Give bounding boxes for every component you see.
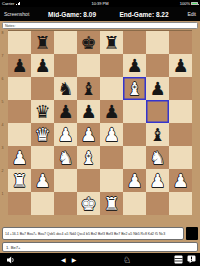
square-h5[interactable] bbox=[169, 100, 192, 123]
piece-black-bishop[interactable]: ♝ bbox=[149, 123, 165, 146]
piece-white-rook[interactable]: ♜ bbox=[103, 192, 119, 215]
piece-white-pawn[interactable]: ♟ bbox=[126, 169, 142, 192]
square-e6[interactable] bbox=[100, 77, 123, 100]
piece-black-bishop[interactable]: ♝ bbox=[80, 77, 96, 100]
square-e7[interactable] bbox=[100, 54, 123, 77]
piece-black-rook[interactable]: ♜ bbox=[34, 31, 50, 54]
square-a2[interactable]: ♜ bbox=[8, 169, 31, 192]
square-b2[interactable]: ♟ bbox=[31, 169, 54, 192]
rank-label-5: 5 bbox=[2, 100, 7, 105]
square-d4[interactable]: ♟ bbox=[77, 123, 100, 146]
square-d3[interactable]: ♝ bbox=[77, 146, 100, 169]
square-a1[interactable] bbox=[8, 192, 31, 215]
square-h8[interactable] bbox=[169, 31, 192, 54]
square-g6[interactable]: ♟ bbox=[146, 77, 169, 100]
square-d6[interactable]: ♝ bbox=[77, 77, 100, 100]
square-c8[interactable] bbox=[54, 31, 77, 54]
rank-label-2: 2 bbox=[2, 169, 7, 174]
battery-icon bbox=[191, 2, 198, 6]
square-c1[interactable] bbox=[54, 192, 77, 215]
board-grid-icon[interactable] bbox=[174, 253, 183, 266]
square-e3[interactable] bbox=[100, 146, 123, 169]
square-h6[interactable] bbox=[169, 77, 192, 100]
analysis-action-button[interactable] bbox=[186, 227, 198, 240]
square-f6[interactable]: ♝ bbox=[123, 77, 146, 100]
piece-black-king[interactable]: ♚ bbox=[80, 31, 96, 54]
rank-label-8: 8 bbox=[2, 31, 7, 36]
square-b5[interactable]: ♛ bbox=[31, 100, 54, 123]
rank-label-4: 4 bbox=[2, 123, 7, 128]
screenshot-button[interactable]: Screenshot bbox=[4, 11, 29, 17]
square-c4[interactable]: ♟ bbox=[54, 123, 77, 146]
piece-black-queen[interactable]: ♛ bbox=[34, 100, 50, 123]
rank-label-1: 1 bbox=[2, 192, 7, 197]
square-c3[interactable]: ♞ bbox=[54, 146, 77, 169]
square-b4[interactable]: ♛ bbox=[31, 123, 54, 146]
square-d1[interactable]: ♚ bbox=[77, 192, 100, 215]
square-d7[interactable] bbox=[77, 54, 100, 77]
piece-black-pawn[interactable]: ♟ bbox=[11, 54, 27, 77]
back-button[interactable]: ◀ bbox=[61, 256, 66, 263]
square-c2[interactable] bbox=[54, 169, 77, 192]
status-bar: Carrier 10:39 PM 100% bbox=[0, 0, 200, 7]
square-g5[interactable] bbox=[146, 100, 169, 123]
header-bar: Screenshot Mid-Game: 8.09 End-Game: 8.22… bbox=[0, 7, 200, 21]
forward-button[interactable]: ▶ bbox=[72, 256, 77, 263]
mid-game-score: Mid-Game: 8.09 bbox=[36, 11, 108, 18]
piece-white-pawn[interactable]: ♟ bbox=[172, 169, 188, 192]
piece-white-pawn[interactable]: ♟ bbox=[103, 123, 119, 146]
square-e5[interactable]: ♟ bbox=[100, 100, 123, 123]
square-d2[interactable] bbox=[77, 169, 100, 192]
square-a4[interactable] bbox=[8, 123, 31, 146]
square-a8[interactable] bbox=[8, 31, 31, 54]
speaker-icon[interactable] bbox=[7, 253, 16, 266]
analysis-line-box[interactable]: 14 +16.1 Ba7 Bxa7+ Bxa7 Qxb5 dxc4 a5 Nd4… bbox=[2, 227, 184, 240]
piece-white-pawn[interactable]: ♟ bbox=[149, 169, 165, 192]
square-g1[interactable] bbox=[146, 192, 169, 215]
square-h4[interactable] bbox=[169, 123, 192, 146]
piece-white-bishop[interactable]: ♝ bbox=[80, 146, 96, 169]
piece-black-pawn[interactable]: ♟ bbox=[149, 77, 165, 100]
best-move-box[interactable]: 1. Be7+ bbox=[2, 242, 198, 253]
square-f8[interactable] bbox=[123, 31, 146, 54]
engine-knight-icon[interactable]: ♘ bbox=[123, 253, 131, 266]
piece-black-pawn[interactable]: ♟ bbox=[80, 100, 96, 123]
square-c6[interactable]: ♞ bbox=[54, 77, 77, 100]
piece-black-pawn[interactable]: ♟ bbox=[34, 54, 50, 77]
piece-white-queen[interactable]: ♛ bbox=[34, 123, 50, 146]
piece-black-pawn[interactable]: ♟ bbox=[172, 54, 188, 77]
square-f4[interactable] bbox=[123, 123, 146, 146]
rank-label-6: 6 bbox=[2, 77, 7, 82]
piece-white-pawn[interactable]: ♟ bbox=[11, 146, 27, 169]
piece-black-knight[interactable]: ♞ bbox=[57, 77, 73, 100]
square-b7[interactable]: ♟ bbox=[31, 54, 54, 77]
square-e1[interactable]: ♜ bbox=[100, 192, 123, 215]
square-f7[interactable]: ♟ bbox=[123, 54, 146, 77]
rank-label-7: 7 bbox=[2, 54, 7, 59]
piece-white-pawn[interactable]: ♟ bbox=[80, 123, 96, 146]
piece-black-pawn[interactable]: ♟ bbox=[126, 54, 142, 77]
piece-white-pawn[interactable]: ♟ bbox=[57, 123, 73, 146]
square-b3[interactable] bbox=[31, 146, 54, 169]
square-a3[interactable]: ♟ bbox=[8, 146, 31, 169]
piece-white-pawn[interactable]: ♟ bbox=[34, 169, 50, 192]
square-g2[interactable]: ♟ bbox=[146, 169, 169, 192]
piece-white-bishop[interactable]: ♝ bbox=[126, 77, 142, 100]
square-c7[interactable] bbox=[54, 54, 77, 77]
square-h7[interactable]: ♟ bbox=[169, 54, 192, 77]
square-d8[interactable]: ♚ bbox=[77, 31, 100, 54]
piece-black-rook[interactable]: ♜ bbox=[103, 31, 119, 54]
square-f5[interactable] bbox=[123, 100, 146, 123]
square-h3[interactable] bbox=[169, 146, 192, 169]
square-g3[interactable]: ♞ bbox=[146, 146, 169, 169]
square-a6[interactable] bbox=[8, 77, 31, 100]
square-f1[interactable] bbox=[123, 192, 146, 215]
piece-white-rook[interactable]: ♜ bbox=[11, 169, 27, 192]
square-c5[interactable]: ♟ bbox=[54, 100, 77, 123]
square-g7[interactable] bbox=[146, 54, 169, 77]
piece-black-pawn[interactable]: ♟ bbox=[57, 100, 73, 123]
rank-label-3: 3 bbox=[2, 146, 7, 151]
square-e4[interactable]: ♟ bbox=[100, 123, 123, 146]
piece-white-king[interactable]: ♚ bbox=[80, 192, 96, 215]
notes-input[interactable]: Notes: bbox=[2, 22, 198, 30]
square-e8[interactable]: ♜ bbox=[100, 31, 123, 54]
chat-bubble-icon[interactable] bbox=[187, 253, 196, 266]
square-g8[interactable] bbox=[146, 31, 169, 54]
square-h2[interactable]: ♟ bbox=[169, 169, 192, 192]
square-d5[interactable]: ♟ bbox=[77, 100, 100, 123]
square-a7[interactable]: ♟ bbox=[8, 54, 31, 77]
piece-white-knight[interactable]: ♞ bbox=[149, 146, 165, 169]
square-e2[interactable] bbox=[100, 169, 123, 192]
square-b6[interactable] bbox=[31, 77, 54, 100]
edit-button[interactable]: Edit bbox=[187, 11, 196, 17]
clock-time: 10:39 PM bbox=[0, 1, 200, 6]
square-a5[interactable] bbox=[8, 100, 31, 123]
piece-black-pawn[interactable]: ♟ bbox=[103, 100, 119, 123]
bottom-toolbar: ◀ ▶ ♘ bbox=[0, 253, 200, 266]
square-h1[interactable] bbox=[169, 192, 192, 215]
square-b8[interactable]: ♜ bbox=[31, 31, 54, 54]
end-game-score: End-Game: 8.22 bbox=[108, 11, 180, 18]
square-b1[interactable] bbox=[31, 192, 54, 215]
square-f3[interactable] bbox=[123, 146, 146, 169]
square-g4[interactable]: ♝ bbox=[146, 123, 169, 146]
square-f2[interactable]: ♟ bbox=[123, 169, 146, 192]
chess-app-screen: Carrier 10:39 PM 100% Screenshot Mid-Gam… bbox=[0, 0, 200, 266]
piece-white-knight[interactable]: ♞ bbox=[57, 146, 73, 169]
chess-board: ♜♚♜♟♟♟♟♞♝♝♟♛♟♟♟♛♟♟♟♝♟♞♝♞♜♟♟♟♟♚♜ bbox=[8, 30, 192, 214]
